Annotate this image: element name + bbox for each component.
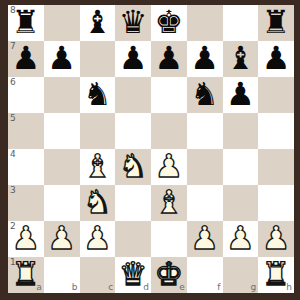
square-a8[interactable]: 8♜ [8,5,44,41]
piece-black-rook-a8[interactable]: ♜ [12,5,41,40]
piece-white-bishop-e3[interactable]: ♝ [155,185,184,220]
rank-label-4: 4 [10,150,16,159]
square-b3[interactable] [44,185,80,221]
piece-black-pawn-d7[interactable]: ♟ [119,41,148,76]
square-d2[interactable] [115,221,151,257]
piece-white-knight-c3[interactable]: ♞ [83,185,112,220]
square-f3[interactable] [187,185,223,221]
square-h2[interactable]: ♟ [258,221,294,257]
square-c8[interactable]: ♝ [80,5,116,41]
square-e6[interactable] [151,77,187,113]
square-a3[interactable]: 3 [8,185,44,221]
square-b6[interactable] [44,77,80,113]
piece-white-rook-h1[interactable]: ♜ [262,257,291,292]
square-b8[interactable] [44,5,80,41]
square-h3[interactable] [258,185,294,221]
square-e5[interactable] [151,113,187,149]
rank-label-6: 6 [10,78,16,87]
square-f8[interactable] [187,5,223,41]
piece-black-pawn-g6[interactable]: ♟ [226,77,255,112]
square-a1[interactable]: 1a♜ [8,257,44,293]
square-a2[interactable]: 2♟ [8,221,44,257]
square-b2[interactable]: ♟ [44,221,80,257]
piece-white-king-e1[interactable]: ♚ [155,257,184,292]
square-e1[interactable]: e♚ [151,257,187,293]
square-c1[interactable]: c [80,257,116,293]
rank-label-3: 3 [10,186,16,195]
piece-black-knight-f6[interactable]: ♞ [190,77,219,112]
piece-black-bishop-g7[interactable]: ♝ [226,41,255,76]
square-h4[interactable] [258,149,294,185]
piece-white-pawn-a2[interactable]: ♟ [12,221,41,256]
piece-white-queen-d1[interactable]: ♛ [119,257,148,292]
square-f5[interactable] [187,113,223,149]
square-f7[interactable]: ♟ [187,41,223,77]
square-h7[interactable]: ♟ [258,41,294,77]
square-c6[interactable]: ♞ [80,77,116,113]
file-label-b: b [72,283,78,292]
square-d4[interactable]: ♞ [115,149,151,185]
square-h8[interactable]: ♜ [258,5,294,41]
rank-label-5: 5 [10,114,16,123]
piece-white-pawn-c2[interactable]: ♟ [83,221,112,256]
piece-white-pawn-e4[interactable]: ♟ [155,149,184,184]
piece-black-pawn-e7[interactable]: ♟ [155,41,184,76]
piece-white-pawn-g2[interactable]: ♟ [226,221,255,256]
square-d7[interactable]: ♟ [115,41,151,77]
piece-black-knight-c6[interactable]: ♞ [83,77,112,112]
piece-black-pawn-h7[interactable]: ♟ [262,41,291,76]
square-g7[interactable]: ♝ [223,41,259,77]
square-a6[interactable]: 6 [8,77,44,113]
piece-white-rook-a1[interactable]: ♜ [12,257,41,292]
square-e3[interactable]: ♝ [151,185,187,221]
square-g5[interactable] [223,113,259,149]
square-b1[interactable]: b [44,257,80,293]
piece-black-bishop-c8[interactable]: ♝ [83,5,112,40]
square-c4[interactable]: ♝ [80,149,116,185]
square-f6[interactable]: ♞ [187,77,223,113]
square-e2[interactable] [151,221,187,257]
piece-white-bishop-c4[interactable]: ♝ [83,149,112,184]
square-b5[interactable] [44,113,80,149]
square-b4[interactable] [44,149,80,185]
square-h1[interactable]: h♜ [258,257,294,293]
square-h5[interactable] [258,113,294,149]
square-c5[interactable] [80,113,116,149]
square-g1[interactable]: g [223,257,259,293]
square-d3[interactable] [115,185,151,221]
square-c7[interactable] [80,41,116,77]
square-e4[interactable]: ♟ [151,149,187,185]
square-f4[interactable] [187,149,223,185]
file-label-g: g [251,283,257,292]
square-d8[interactable]: ♛ [115,5,151,41]
square-e8[interactable]: ♚ [151,5,187,41]
piece-black-rook-h8[interactable]: ♜ [262,5,291,40]
piece-white-pawn-f2[interactable]: ♟ [190,221,219,256]
file-label-c: c [108,283,113,292]
file-label-f: f [217,283,220,292]
board-frame: 8♜♝♛♚♜7♟♟♟♟♟♝♟6♞♞♟54♝♞♟3♞♝2♟♟♟♟♟♟1a♜bcd♛… [0,0,300,300]
square-c2[interactable]: ♟ [80,221,116,257]
square-d6[interactable] [115,77,151,113]
piece-black-king-e8[interactable]: ♚ [155,5,184,40]
square-g2[interactable]: ♟ [223,221,259,257]
square-a7[interactable]: 7♟ [8,41,44,77]
piece-white-knight-d4[interactable]: ♞ [119,149,148,184]
square-g8[interactable] [223,5,259,41]
square-c3[interactable]: ♞ [80,185,116,221]
square-f2[interactable]: ♟ [187,221,223,257]
square-a5[interactable]: 5 [8,113,44,149]
square-a4[interactable]: 4 [8,149,44,185]
piece-black-pawn-a7[interactable]: ♟ [12,41,41,76]
piece-black-queen-d8[interactable]: ♛ [119,5,148,40]
piece-black-pawn-f7[interactable]: ♟ [190,41,219,76]
square-f1[interactable]: f [187,257,223,293]
square-b7[interactable]: ♟ [44,41,80,77]
square-g4[interactable] [223,149,259,185]
square-g6[interactable]: ♟ [223,77,259,113]
piece-white-pawn-h2[interactable]: ♟ [262,221,291,256]
square-e7[interactable]: ♟ [151,41,187,77]
piece-white-pawn-b2[interactable]: ♟ [47,221,76,256]
square-h6[interactable] [258,77,294,113]
chess-board: 8♜♝♛♚♜7♟♟♟♟♟♝♟6♞♞♟54♝♞♟3♞♝2♟♟♟♟♟♟1a♜bcd♛… [8,5,294,293]
square-d1[interactable]: d♛ [115,257,151,293]
square-d5[interactable] [115,113,151,149]
piece-black-pawn-b7[interactable]: ♟ [47,41,76,76]
square-g3[interactable] [223,185,259,221]
